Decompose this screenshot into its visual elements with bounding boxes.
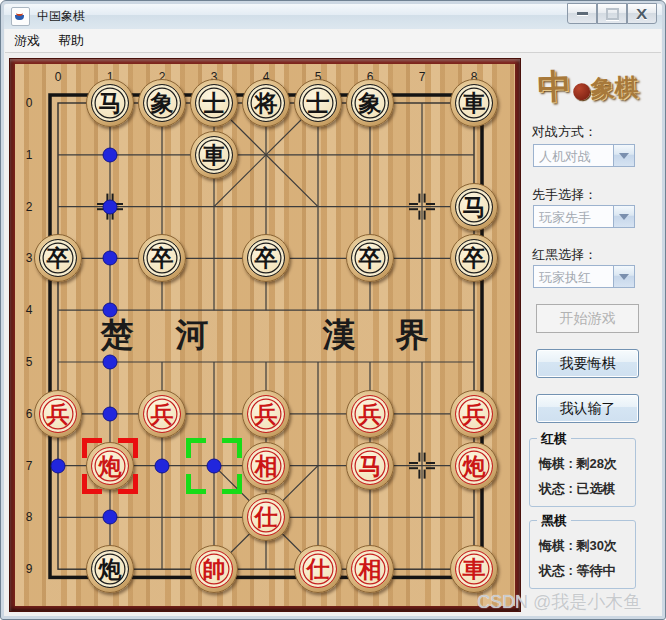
piece-red-horse[interactable]: 马 (346, 442, 394, 490)
close-button[interactable]: X (627, 3, 657, 24)
chevron-down-icon (619, 214, 629, 220)
piece-black-chariot[interactable]: 車 (450, 79, 498, 127)
piece-glyph: 帥 (203, 557, 226, 580)
piece-red-soldier[interactable]: 兵 (242, 390, 290, 438)
piece-black-advisor[interactable]: 士 (294, 79, 342, 127)
rank-coordinate-label: 8 (26, 510, 33, 524)
move-dot[interactable] (103, 199, 118, 214)
move-dot[interactable] (103, 147, 118, 162)
mode-select[interactable]: 人机对战 (533, 144, 635, 167)
piece-red-elephant[interactable]: 相 (346, 545, 394, 593)
mode-select-arrow-button[interactable] (613, 145, 634, 166)
piece-glyph: 炮 (99, 557, 122, 580)
logo-char: 象 (590, 72, 615, 105)
title-bar: 中国象棋 X (4, 4, 662, 29)
piece-glyph: 車 (463, 91, 486, 114)
piece-red-advisor[interactable]: 仕 (294, 545, 342, 593)
piece-glyph: 象 (151, 91, 174, 114)
piece-black-general[interactable]: 将 (242, 79, 290, 127)
rank-coordinate-label: 5 (26, 355, 33, 369)
piece-black-chariot[interactable]: 車 (190, 131, 238, 179)
rank-coordinate-label: 3 (26, 251, 33, 265)
move-dot[interactable] (103, 510, 118, 525)
side-panel: 中象棋 对战方式： 人机对战 先手选择： 玩家先手 红黑选择： 玩家执红 开始游… (521, 58, 663, 613)
piece-black-horse[interactable]: 马 (450, 183, 498, 231)
move-dot[interactable] (207, 458, 222, 473)
rank-coordinate-label: 0 (26, 96, 33, 110)
java-app-icon (11, 7, 30, 26)
color-choice-select-arrow-button[interactable] (613, 266, 634, 287)
piece-red-soldier[interactable]: 兵 (34, 390, 82, 438)
piece-glyph: 兵 (151, 402, 174, 425)
piece-glyph: 炮 (463, 454, 486, 477)
piece-black-soldier[interactable]: 卒 (346, 234, 394, 282)
piece-glyph: 兵 (463, 402, 486, 425)
piece-glyph: 仕 (255, 505, 278, 528)
piece-black-soldier[interactable]: 卒 (242, 234, 290, 282)
piece-black-advisor[interactable]: 士 (190, 79, 238, 127)
red-status: 状态 : 已选棋 (539, 480, 616, 498)
piece-glyph: 卒 (151, 246, 174, 269)
move-dot[interactable] (103, 355, 118, 370)
app-window: 中国象棋 X 游戏 帮助 0123456780123456789楚河漢界马象士将… (0, 0, 666, 620)
color-choice-select-value: 玩家执红 (534, 266, 613, 287)
move-dot[interactable] (51, 458, 66, 473)
river-text: 漢 (323, 313, 356, 358)
piece-glyph: 马 (359, 454, 382, 477)
piece-red-cannon[interactable]: 炮 (86, 442, 134, 490)
first-move-select-arrow-button[interactable] (613, 206, 634, 227)
move-dot[interactable] (103, 251, 118, 266)
piece-red-soldier[interactable]: 兵 (138, 390, 186, 438)
move-dot[interactable] (103, 406, 118, 421)
piece-glyph: 将 (255, 91, 278, 114)
color-choice-label: 红黑选择： (532, 246, 597, 264)
piece-black-horse[interactable]: 马 (86, 79, 134, 127)
maximize-button[interactable] (597, 3, 627, 24)
undo-move-button[interactable]: 我要悔棋 (536, 349, 639, 378)
piece-red-chariot[interactable]: 車 (450, 545, 498, 593)
piece-red-cannon[interactable]: 炮 (450, 442, 498, 490)
black-side-status-group: 黑棋 悔棋 : 剩30次 状态 : 等待中 (529, 520, 636, 589)
piece-black-elephant[interactable]: 象 (346, 79, 394, 127)
minimize-icon (577, 12, 588, 15)
river-text: 河 (176, 313, 209, 358)
color-choice-select[interactable]: 玩家执红 (533, 265, 635, 288)
file-coordinate-label: 0 (55, 70, 62, 84)
move-dot[interactable] (155, 458, 170, 473)
piece-glyph: 相 (255, 454, 278, 477)
rank-coordinate-label: 2 (26, 200, 33, 214)
piece-glyph: 卒 (359, 246, 382, 269)
piece-glyph: 炮 (99, 454, 122, 477)
piece-glyph: 兵 (255, 402, 278, 425)
piece-black-elephant[interactable]: 象 (138, 79, 186, 127)
piece-glyph: 車 (463, 557, 486, 580)
app-logo: 中象棋 (528, 58, 648, 114)
black-status: 状态 : 等待中 (539, 562, 616, 580)
logo-char: 棋 (614, 71, 639, 104)
window-title: 中国象棋 (37, 8, 85, 25)
file-coordinate-label: 7 (419, 70, 426, 84)
xiangqi-board: 0123456780123456789楚河漢界马象士将士象車車马卒卒卒卒卒兵兵兵… (9, 58, 521, 612)
piece-glyph: 象 (359, 91, 382, 114)
menu-item-game[interactable]: 游戏 (5, 29, 49, 53)
chevron-down-icon (619, 153, 629, 159)
black-group-title: 黑棋 (537, 512, 571, 530)
piece-black-soldier[interactable]: 卒 (138, 234, 186, 282)
piece-glyph: 車 (203, 143, 226, 166)
first-move-label: 先手选择： (532, 186, 597, 204)
piece-red-soldier[interactable]: 兵 (346, 390, 394, 438)
start-game-button[interactable]: 开始游戏 (536, 304, 639, 333)
piece-glyph: 马 (463, 195, 486, 218)
piece-black-cannon[interactable]: 炮 (86, 545, 134, 593)
piece-glyph: 兵 (47, 402, 70, 425)
river-text: 界 (396, 313, 429, 358)
minimize-button[interactable] (567, 3, 597, 24)
menu-item-help[interactable]: 帮助 (49, 29, 93, 53)
close-icon: X (636, 7, 647, 21)
red-side-status-group: 红棋 悔棋 : 剩28次 状态 : 已选棋 (529, 438, 636, 507)
piece-red-elephant[interactable]: 相 (242, 442, 290, 490)
piece-glyph: 卒 (47, 246, 70, 269)
rank-coordinate-label: 6 (26, 407, 33, 421)
piece-glyph: 士 (203, 91, 226, 114)
logo-char: 中 (537, 64, 573, 111)
river-text: 楚 (101, 313, 134, 358)
resign-button[interactable]: 我认输了 (536, 394, 639, 423)
first-move-select[interactable]: 玩家先手 (533, 205, 635, 228)
piece-glyph: 相 (359, 557, 382, 580)
move-dot[interactable] (103, 303, 118, 318)
piece-glyph: 卒 (463, 246, 486, 269)
maximize-icon (606, 8, 619, 20)
piece-glyph: 兵 (359, 402, 382, 425)
rank-coordinate-label: 7 (26, 459, 33, 473)
piece-glyph: 卒 (255, 246, 278, 269)
piece-red-advisor[interactable]: 仕 (242, 493, 290, 541)
rank-coordinate-label: 9 (26, 562, 33, 576)
first-move-select-value: 玩家先手 (534, 206, 613, 227)
rank-coordinate-label: 4 (26, 303, 33, 317)
rank-coordinate-label: 1 (26, 148, 33, 162)
piece-black-soldier[interactable]: 卒 (450, 234, 498, 282)
csdn-watermark: CSDN @我是小木鱼 (477, 590, 641, 614)
piece-glyph: 仕 (307, 557, 330, 580)
menu-bar: 游戏 帮助 (5, 29, 661, 53)
mode-label: 对战方式： (532, 123, 597, 141)
logo-seal-icon (572, 82, 590, 100)
piece-red-soldier[interactable]: 兵 (450, 390, 498, 438)
mode-select-value: 人机对战 (534, 145, 613, 166)
piece-red-general[interactable]: 帥 (190, 545, 238, 593)
piece-glyph: 马 (99, 91, 122, 114)
black-undo-remaining: 悔棋 : 剩30次 (539, 537, 617, 555)
piece-glyph: 士 (307, 91, 330, 114)
red-group-title: 红棋 (537, 430, 571, 448)
chevron-down-icon (619, 274, 629, 280)
red-undo-remaining: 悔棋 : 剩28次 (539, 455, 617, 473)
piece-black-soldier[interactable]: 卒 (34, 234, 82, 282)
